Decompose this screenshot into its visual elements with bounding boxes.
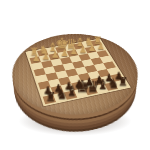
black-rook[interactable]: ♜: [45, 90, 56, 102]
black-rook[interactable]: ♜: [118, 76, 128, 88]
product-photo: ♜♞♝♚♛♝♞♜♟♟♟♟♟♟♟♟♟♟♟♟♟♟♟♟♜♞♝♚♛♝♞♜: [0, 0, 150, 150]
chess-set-scene: ♜♞♝♚♛♝♞♜♟♟♟♟♟♟♟♟♟♟♟♟♟♟♟♟♜♞♝♚♛♝♞♜: [0, 0, 150, 150]
black-knight[interactable]: ♞: [55, 87, 67, 100]
square-h8[interactable]: ♜: [43, 95, 56, 105]
